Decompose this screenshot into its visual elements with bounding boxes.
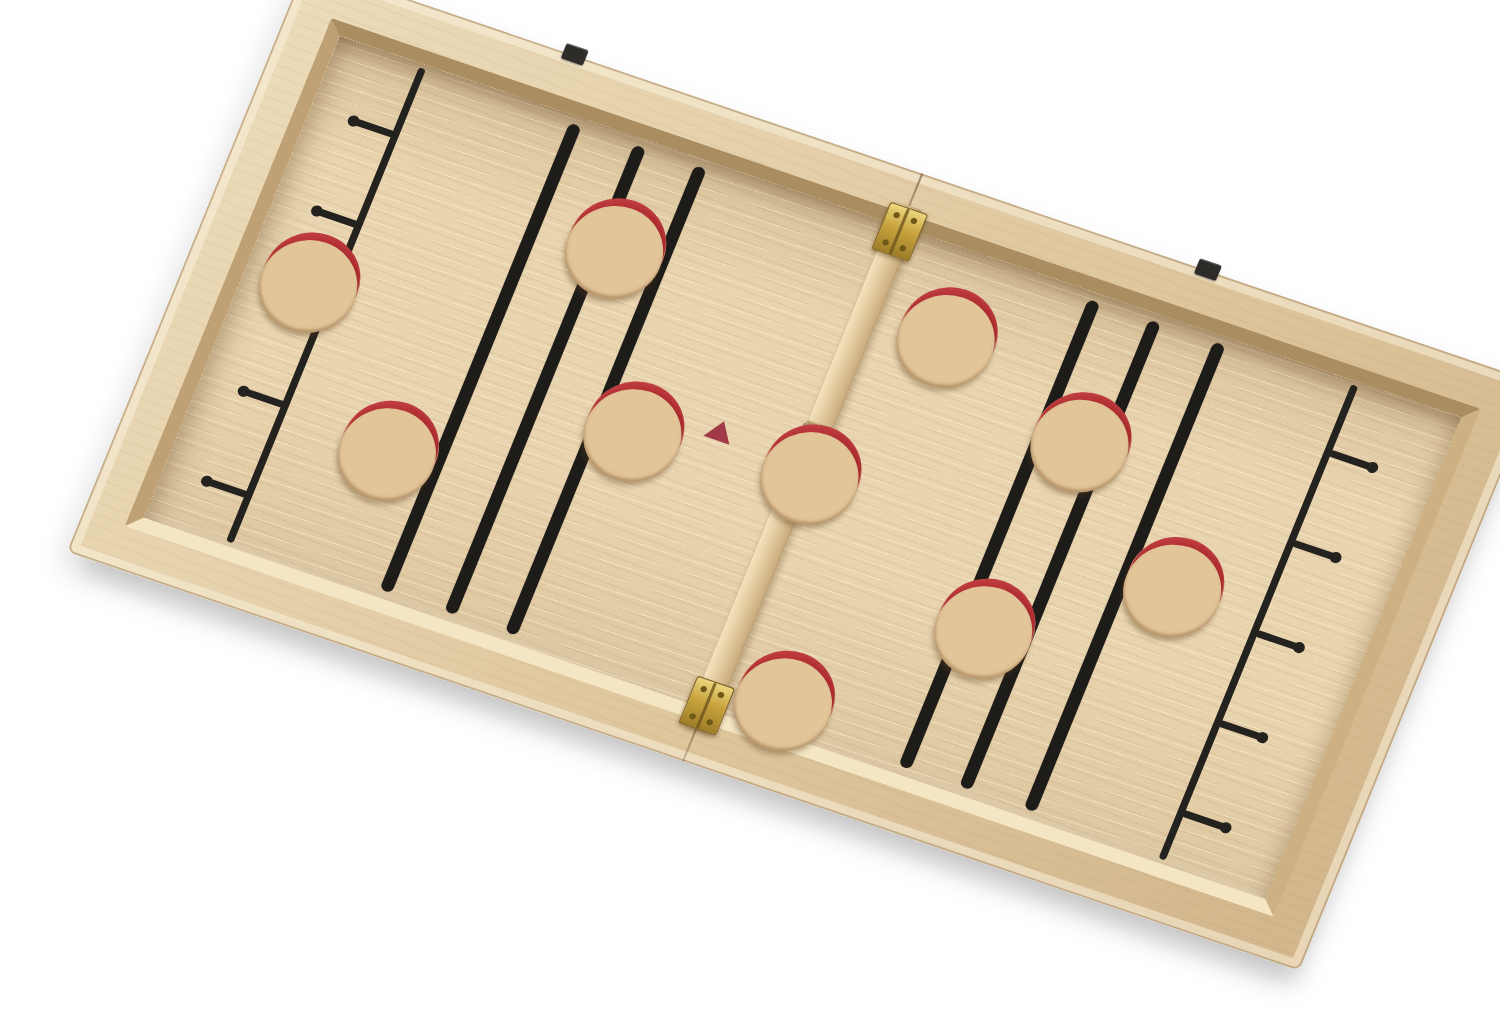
photo-stage [0, 0, 1500, 1022]
sling-puck-board [67, 0, 1500, 971]
